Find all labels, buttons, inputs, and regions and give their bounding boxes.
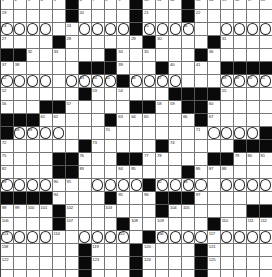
cell-r3-c15[interactable] <box>195 36 208 49</box>
cell-r18-c12[interactable]: 116 <box>156 231 169 244</box>
cell-r21-c13[interactable] <box>169 270 182 277</box>
cell-r4-c16[interactable]: 36 <box>208 49 221 62</box>
cell-r1-c18[interactable] <box>234 10 247 23</box>
cell-r3-c19[interactable] <box>247 36 260 49</box>
cell-r21-c17[interactable] <box>221 270 234 277</box>
cell-r12-c15[interactable] <box>195 153 208 166</box>
cell-r18-c8[interactable] <box>105 231 118 244</box>
cell-r11-c9[interactable] <box>117 140 130 153</box>
cell-r4-c2[interactable]: 32 <box>27 49 40 62</box>
cell-r19-c8[interactable] <box>105 244 118 257</box>
cell-r1-c11[interactable]: 21 <box>143 10 156 23</box>
cell-r7-c9[interactable]: 54 <box>117 88 130 101</box>
cell-r16-c1[interactable]: 99 <box>14 205 27 218</box>
cell-r15-c16[interactable] <box>208 192 221 205</box>
cell-r5-c3[interactable] <box>40 62 53 75</box>
cell-r21-c9[interactable] <box>117 270 130 277</box>
cell-r20-c4[interactable] <box>53 257 66 270</box>
cell-r0-c13[interactable]: 12 <box>169 0 182 10</box>
cell-r4-c11[interactable]: 35 <box>143 49 156 62</box>
cell-r4-c20[interactable] <box>260 49 272 62</box>
cell-r6-c0[interactable]: 42 <box>1 75 14 88</box>
cell-r20-c7[interactable]: 123 <box>92 257 105 270</box>
cell-r7-c3[interactable] <box>40 88 53 101</box>
cell-r3-c13[interactable] <box>169 36 182 49</box>
cell-r10-c1[interactable]: 68 <box>14 127 27 140</box>
cell-r6-c7[interactable]: 44 <box>92 75 105 88</box>
cell-r5-c4[interactable] <box>53 62 66 75</box>
cell-r20-c12[interactable] <box>156 257 169 270</box>
cell-r3-c14[interactable] <box>182 36 195 49</box>
cell-r14-c4[interactable]: 90 <box>53 179 66 192</box>
cell-r1-c8[interactable] <box>105 10 118 23</box>
cell-r10-c4[interactable] <box>53 127 66 140</box>
cell-r0-c11[interactable]: 10 <box>143 0 156 10</box>
cell-r7-c17[interactable]: 55 <box>221 88 234 101</box>
cell-r3-c3[interactable] <box>40 36 53 49</box>
cell-r2-c14[interactable]: 26 <box>182 23 195 36</box>
cell-r0-c3[interactable]: 4 <box>40 0 53 10</box>
cell-r4-c14[interactable] <box>182 49 195 62</box>
cell-r14-c7[interactable] <box>92 179 105 192</box>
cell-r2-c15[interactable] <box>195 23 208 36</box>
cell-r13-c18[interactable] <box>234 166 247 179</box>
cell-r3-c6[interactable] <box>79 36 92 49</box>
cell-r20-c13[interactable] <box>169 257 182 270</box>
cell-r4-c19[interactable] <box>247 49 260 62</box>
cell-r0-c20[interactable]: 18 <box>260 0 272 10</box>
cell-r14-c9[interactable] <box>117 179 130 192</box>
cell-r8-c17[interactable] <box>221 101 234 114</box>
cell-r10-c7[interactable] <box>92 127 105 140</box>
cell-r15-c20[interactable] <box>260 192 272 205</box>
cell-r3-c17[interactable]: 31 <box>221 36 234 49</box>
cell-r5-c10[interactable] <box>130 62 143 75</box>
cell-r20-c17[interactable] <box>221 257 234 270</box>
cell-r1-c7[interactable] <box>92 10 105 23</box>
cell-r2-c8[interactable] <box>105 23 118 36</box>
cell-r21-c19[interactable] <box>247 270 260 277</box>
cell-r18-c1[interactable] <box>14 231 27 244</box>
cell-r19-c1[interactable] <box>14 244 27 257</box>
cell-r17-c7[interactable] <box>92 218 105 231</box>
cell-r20-c16[interactable]: 125 <box>208 257 221 270</box>
cell-r2-c0[interactable]: 23 <box>1 23 14 36</box>
cell-r1-c1[interactable] <box>14 10 27 23</box>
cell-r8-c6[interactable] <box>79 101 92 114</box>
cell-r9-c11[interactable]: 65 <box>143 114 156 127</box>
cell-r14-c18[interactable] <box>234 179 247 192</box>
cell-r12-c0[interactable]: 75 <box>1 153 14 166</box>
cell-r6-c14[interactable] <box>182 75 195 88</box>
cell-r2-c9[interactable] <box>117 23 130 36</box>
cell-r16-c16[interactable] <box>208 205 221 218</box>
cell-r8-c0[interactable]: 56 <box>1 101 14 114</box>
cell-r20-c19[interactable] <box>247 257 260 270</box>
cell-r8-c12[interactable]: 58 <box>156 101 169 114</box>
cell-r14-c1[interactable] <box>14 179 27 192</box>
cell-r18-c10[interactable] <box>130 231 143 244</box>
cell-r13-c6[interactable]: 83 <box>79 166 92 179</box>
cell-r4-c10[interactable] <box>130 49 143 62</box>
cell-r18-c7[interactable] <box>92 231 105 244</box>
cell-r17-c0[interactable]: 106 <box>1 218 14 231</box>
cell-r6-c6[interactable]: 43 <box>79 75 92 88</box>
cell-r1-c6[interactable]: 20 <box>79 10 92 23</box>
cell-r19-c12[interactable] <box>156 244 169 257</box>
cell-r17-c10[interactable]: 108 <box>130 218 143 231</box>
cell-r18-c5[interactable] <box>66 231 79 244</box>
cell-r6-c1[interactable] <box>14 75 27 88</box>
cell-r4-c9[interactable]: 34 <box>117 49 130 62</box>
cell-r5-c1[interactable]: 38 <box>14 62 27 75</box>
cell-r13-c3[interactable] <box>40 166 53 179</box>
cell-r21-c2[interactable] <box>27 270 40 277</box>
cell-r19-c4[interactable] <box>53 244 66 257</box>
cell-r11-c3[interactable] <box>40 140 53 153</box>
cell-r11-c1[interactable] <box>14 140 27 153</box>
cell-r2-c11[interactable]: 25 <box>143 23 156 36</box>
cell-r18-c19[interactable] <box>247 231 260 244</box>
cell-r1-c20[interactable] <box>260 10 272 23</box>
cell-r2-c5[interactable]: 24 <box>66 23 79 36</box>
cell-r6-c8[interactable]: 45 <box>105 75 118 88</box>
cell-r18-c6[interactable] <box>79 231 92 244</box>
cell-r20-c14[interactable] <box>182 257 195 270</box>
cell-r7-c1[interactable] <box>14 88 27 101</box>
cell-r7-c0[interactable]: 52 <box>1 88 14 101</box>
cell-r9-c6[interactable] <box>79 114 92 127</box>
cell-r16-c3[interactable]: 101 <box>40 205 53 218</box>
cell-r12-c20[interactable]: 81 <box>260 153 272 166</box>
cell-r14-c6[interactable] <box>79 179 92 192</box>
cell-r10-c3[interactable] <box>40 127 53 140</box>
cell-r21-c7[interactable] <box>92 270 105 277</box>
cell-r6-c4[interactable] <box>53 75 66 88</box>
cell-r9-c10[interactable]: 64 <box>130 114 143 127</box>
cell-r11-c2[interactable] <box>27 140 40 153</box>
cell-r4-c7[interactable] <box>92 49 105 62</box>
cell-r2-c2[interactable] <box>27 23 40 36</box>
cell-r8-c20[interactable] <box>260 101 272 114</box>
cell-r13-c15[interactable]: 86 <box>195 166 208 179</box>
cell-r2-c1[interactable] <box>14 23 27 36</box>
cell-r13-c12[interactable] <box>156 166 169 179</box>
cell-r18-c14[interactable] <box>182 231 195 244</box>
cell-r0-c1[interactable]: 2 <box>14 0 27 10</box>
cell-r21-c18[interactable] <box>234 270 247 277</box>
cell-r11-c16[interactable] <box>208 140 221 153</box>
cell-r17-c13[interactable] <box>169 218 182 231</box>
cell-r20-c5[interactable] <box>66 257 79 270</box>
cell-r12-c6[interactable]: 76 <box>79 153 92 166</box>
cell-r10-c15[interactable]: 71 <box>195 127 208 140</box>
cell-r9-c16[interactable]: 67 <box>208 114 221 127</box>
cell-r13-c2[interactable] <box>27 166 40 179</box>
cell-r9-c12[interactable] <box>156 114 169 127</box>
cell-r19-c16[interactable]: 121 <box>208 244 221 257</box>
cell-r14-c8[interactable] <box>105 179 118 192</box>
cell-r8-c7[interactable] <box>92 101 105 114</box>
cell-r12-c3[interactable] <box>40 153 53 166</box>
cell-r1-c0[interactable]: 19 <box>1 10 14 23</box>
cell-r17-c6[interactable] <box>79 218 92 231</box>
cell-r17-c12[interactable]: 109 <box>156 218 169 231</box>
cell-r16-c11[interactable] <box>143 205 156 218</box>
cell-r11-c10[interactable] <box>130 140 143 153</box>
cell-r21-c11[interactable] <box>143 270 156 277</box>
cell-r6-c13[interactable] <box>169 75 182 88</box>
cell-r1-c2[interactable] <box>27 10 40 23</box>
cell-r12-c14[interactable] <box>182 153 195 166</box>
cell-r0-c19[interactable]: 17 <box>247 0 260 10</box>
cell-r0-c18[interactable]: 16 <box>234 0 247 10</box>
cell-r6-c17[interactable]: 48 <box>221 75 234 88</box>
cell-r3-c5[interactable]: 28 <box>66 36 79 49</box>
cell-r18-c17[interactable] <box>221 231 234 244</box>
cell-r19-c9[interactable] <box>117 244 130 257</box>
cell-r9-c5[interactable] <box>66 114 79 127</box>
cell-r17-c14[interactable] <box>182 218 195 231</box>
cell-r18-c18[interactable] <box>234 231 247 244</box>
cell-r9-c19[interactable] <box>247 114 260 127</box>
cell-r19-c14[interactable] <box>182 244 195 257</box>
cell-r18-c16[interactable]: 117 <box>208 231 221 244</box>
cell-r17-c19[interactable]: 111 <box>247 218 260 231</box>
cell-r10-c2[interactable]: 69 <box>27 127 40 140</box>
cell-r7-c19[interactable] <box>247 88 260 101</box>
cell-r16-c13[interactable]: 104 <box>169 205 182 218</box>
cell-r3-c20[interactable] <box>260 36 272 49</box>
cell-r14-c17[interactable] <box>221 179 234 192</box>
cell-r2-c13[interactable] <box>169 23 182 36</box>
cell-r13-c9[interactable]: 84 <box>117 166 130 179</box>
cell-r18-c13[interactable] <box>169 231 182 244</box>
cell-r18-c20[interactable] <box>260 231 272 244</box>
cell-r2-c18[interactable] <box>234 23 247 36</box>
cell-r3-c9[interactable] <box>117 36 130 49</box>
cell-r13-c16[interactable]: 87 <box>208 166 221 179</box>
cell-r17-c18[interactable] <box>234 218 247 231</box>
cell-r15-c17[interactable] <box>221 192 234 205</box>
cell-r7-c10[interactable] <box>130 88 143 101</box>
cell-r1-c19[interactable] <box>247 10 260 23</box>
cell-r18-c15[interactable] <box>195 231 208 244</box>
cell-r19-c2[interactable] <box>27 244 40 257</box>
cell-r10-c6[interactable] <box>79 127 92 140</box>
cell-r7-c18[interactable] <box>234 88 247 101</box>
cell-r21-c1[interactable] <box>14 270 27 277</box>
cell-r4-c13[interactable] <box>169 49 182 62</box>
cell-r21-c20[interactable] <box>260 270 272 277</box>
cell-r6-c2[interactable] <box>27 75 40 88</box>
cell-r18-c4[interactable]: 114 <box>53 231 66 244</box>
cell-r3-c12[interactable]: 30 <box>156 36 169 49</box>
cell-r11-c5[interactable] <box>66 140 79 153</box>
cell-r14-c12[interactable]: 92 <box>156 179 169 192</box>
cell-r12-c7[interactable] <box>92 153 105 166</box>
cell-r13-c11[interactable] <box>143 166 156 179</box>
cell-r2-c19[interactable] <box>247 23 260 36</box>
cell-r20-c8[interactable] <box>105 257 118 270</box>
cell-r0-c9[interactable]: 9 <box>117 0 130 10</box>
cell-r13-c1[interactable] <box>14 166 27 179</box>
cell-r19-c13[interactable] <box>169 244 182 257</box>
cell-r20-c3[interactable] <box>40 257 53 270</box>
cell-r11-c4[interactable] <box>53 140 66 153</box>
cell-r5-c2[interactable] <box>27 62 40 75</box>
cell-r10-c18[interactable] <box>234 127 247 140</box>
cell-r7-c12[interactable] <box>156 88 169 101</box>
cell-r14-c20[interactable] <box>260 179 272 192</box>
cell-r7-c2[interactable] <box>27 88 40 101</box>
cell-r21-c4[interactable] <box>53 270 66 277</box>
cell-r1-c17[interactable] <box>221 10 234 23</box>
cell-r10-c10[interactable] <box>130 127 143 140</box>
cell-r6-c16[interactable] <box>208 75 221 88</box>
cell-r21-c12[interactable] <box>156 270 169 277</box>
cell-r15-c11[interactable]: 96 <box>143 192 156 205</box>
cell-r19-c5[interactable] <box>66 244 79 257</box>
cell-r19-c17[interactable] <box>221 244 234 257</box>
cell-r15-c18[interactable] <box>234 192 247 205</box>
cell-r0-c15[interactable]: 13 <box>195 0 208 10</box>
cell-r8-c9[interactable] <box>117 101 130 114</box>
cell-r12-c2[interactable] <box>27 153 40 166</box>
cell-r14-c13[interactable] <box>169 179 182 192</box>
cell-r9-c18[interactable] <box>234 114 247 127</box>
cell-r5-c13[interactable]: 40 <box>169 62 182 75</box>
cell-r5-c16[interactable] <box>208 62 221 75</box>
cell-r8-c18[interactable] <box>234 101 247 114</box>
cell-r1-c16[interactable] <box>208 10 221 23</box>
cell-r5-c5[interactable] <box>66 62 79 75</box>
cell-r15-c6[interactable] <box>79 192 92 205</box>
cell-r4-c18[interactable] <box>234 49 247 62</box>
cell-r15-c4[interactable]: 94 <box>53 192 66 205</box>
cell-r6-c10[interactable]: 46 <box>130 75 143 88</box>
cell-r0-c17[interactable]: 15 <box>221 0 234 10</box>
cell-r0-c6[interactable]: 6 <box>79 0 92 10</box>
cell-r15-c19[interactable] <box>247 192 260 205</box>
cell-r12-c19[interactable]: 80 <box>247 153 260 166</box>
cell-r2-c6[interactable] <box>79 23 92 36</box>
cell-r20-c18[interactable] <box>234 257 247 270</box>
cell-r16-c14[interactable]: 105 <box>182 205 195 218</box>
cell-r10-c13[interactable] <box>169 127 182 140</box>
cell-r10-c14[interactable] <box>182 127 195 140</box>
cell-r1-c9[interactable] <box>117 10 130 23</box>
cell-r6-c19[interactable]: 50 <box>247 75 260 88</box>
cell-r20-c20[interactable] <box>260 257 272 270</box>
cell-r14-c19[interactable] <box>247 179 260 192</box>
cell-r6-c5[interactable] <box>66 75 79 88</box>
cell-r12-c11[interactable]: 77 <box>143 153 156 166</box>
cell-r21-c3[interactable] <box>40 270 53 277</box>
cell-r9-c7[interactable] <box>92 114 105 127</box>
cell-r2-c3[interactable] <box>40 23 53 36</box>
cell-r3-c2[interactable] <box>27 36 40 49</box>
cell-r17-c11[interactable] <box>143 218 156 231</box>
cell-r10-c16[interactable] <box>208 127 221 140</box>
cell-r15-c9[interactable]: 95 <box>117 192 130 205</box>
cell-r11-c0[interactable]: 72 <box>1 140 14 153</box>
cell-r19-c3[interactable] <box>40 244 53 257</box>
cell-r16-c6[interactable] <box>79 205 92 218</box>
cell-r9-c4[interactable]: 62 <box>53 114 66 127</box>
cell-r14-c3[interactable] <box>40 179 53 192</box>
cell-r9-c9[interactable]: 63 <box>117 114 130 127</box>
cell-r8-c19[interactable] <box>247 101 260 114</box>
cell-r21-c14[interactable] <box>182 270 195 277</box>
cell-r20-c11[interactable]: 124 <box>143 257 156 270</box>
cell-r15-c5[interactable] <box>66 192 79 205</box>
cell-r5-c9[interactable]: 39 <box>117 62 130 75</box>
cell-r8-c2[interactable] <box>27 101 40 114</box>
cell-r21-c5[interactable] <box>66 270 79 277</box>
cell-r1-c4[interactable] <box>53 10 66 23</box>
cell-r0-c2[interactable]: 3 <box>27 0 40 10</box>
cell-r3-c0[interactable]: 27 <box>1 36 14 49</box>
cell-r2-c17[interactable] <box>221 23 234 36</box>
cell-r19-c7[interactable]: 119 <box>92 244 105 257</box>
cell-r4-c3[interactable] <box>40 49 53 62</box>
cell-r8-c5[interactable]: 57 <box>66 101 79 114</box>
cell-r17-c15[interactable] <box>195 218 208 231</box>
cell-r16-c18[interactable] <box>234 205 247 218</box>
cell-r15-c15[interactable]: 97 <box>195 192 208 205</box>
cell-r17-c2[interactable] <box>27 218 40 231</box>
cell-r13-c0[interactable]: 82 <box>1 166 14 179</box>
cell-r4-c4[interactable]: 33 <box>53 49 66 62</box>
cell-r12-c8[interactable] <box>105 153 118 166</box>
cell-r6-c11[interactable] <box>143 75 156 88</box>
cell-r7-c7[interactable]: 53 <box>92 88 105 101</box>
cell-r14-c0[interactable]: 89 <box>1 179 14 192</box>
cell-r14-c16[interactable] <box>208 179 221 192</box>
cell-r5-c11[interactable] <box>143 62 156 75</box>
cell-r19-c19[interactable] <box>247 244 260 257</box>
cell-r13-c13[interactable] <box>169 166 182 179</box>
cell-r2-c7[interactable] <box>92 23 105 36</box>
cell-r16-c7[interactable] <box>92 205 105 218</box>
cell-r3-c10[interactable]: 29 <box>130 36 143 49</box>
cell-r5-c0[interactable]: 37 <box>1 62 14 75</box>
cell-r1-c15[interactable]: 22 <box>195 10 208 23</box>
cell-r18-c0[interactable]: 113 <box>1 231 14 244</box>
cell-r2-c20[interactable] <box>260 23 272 36</box>
cell-r5-c14[interactable] <box>182 62 195 75</box>
cell-r19-c18[interactable] <box>234 244 247 257</box>
cell-r16-c5[interactable]: 102 <box>66 205 79 218</box>
cell-r16-c17[interactable] <box>221 205 234 218</box>
cell-r6-c3[interactable] <box>40 75 53 88</box>
cell-r17-c3[interactable] <box>40 218 53 231</box>
cell-r14-c10[interactable] <box>130 179 143 192</box>
cell-r0-c7[interactable]: 7 <box>92 0 105 10</box>
cell-r0-c16[interactable]: 14 <box>208 0 221 10</box>
cell-r15-c10[interactable] <box>130 192 143 205</box>
cell-r9-c20[interactable] <box>260 114 272 127</box>
cell-r11-c13[interactable]: 74 <box>169 140 182 153</box>
cell-r8-c1[interactable] <box>14 101 27 114</box>
cell-r18-c9[interactable]: 115 <box>117 231 130 244</box>
cell-r19-c20[interactable] <box>260 244 272 257</box>
cell-r21-c8[interactable] <box>105 270 118 277</box>
cell-r10-c5[interactable] <box>66 127 79 140</box>
cell-r12-c18[interactable]: 79 <box>234 153 247 166</box>
cell-r20-c0[interactable]: 122 <box>1 257 14 270</box>
